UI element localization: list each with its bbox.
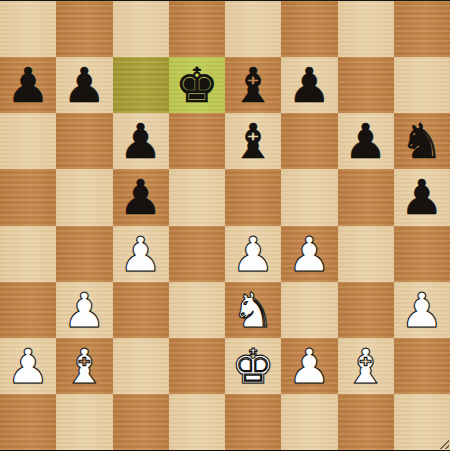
- square-a2[interactable]: ♟: [0, 338, 56, 394]
- square-g4[interactable]: [338, 226, 394, 282]
- square-c3[interactable]: [113, 282, 169, 338]
- square-e1[interactable]: [225, 394, 281, 450]
- square-h1[interactable]: [394, 394, 450, 450]
- square-c1[interactable]: [113, 394, 169, 450]
- square-c8[interactable]: [113, 1, 169, 57]
- black-pawn-g6[interactable]: ♟: [338, 113, 394, 169]
- square-b6[interactable]: [56, 113, 112, 169]
- black-pawn-b7[interactable]: ♟: [56, 57, 112, 113]
- square-b7[interactable]: ♟: [56, 57, 112, 113]
- white-pawn-c4[interactable]: ♟: [113, 226, 169, 282]
- square-h8[interactable]: [394, 1, 450, 57]
- black-king-d7[interactable]: ♚: [169, 57, 225, 113]
- black-pawn-c5[interactable]: ♟: [113, 169, 169, 225]
- square-g1[interactable]: [338, 394, 394, 450]
- square-d2[interactable]: [169, 338, 225, 394]
- white-pawn-a2[interactable]: ♟: [0, 338, 56, 394]
- square-e7[interactable]: ♝: [225, 57, 281, 113]
- square-h3[interactable]: ♟: [394, 282, 450, 338]
- square-a6[interactable]: [0, 113, 56, 169]
- chess-board: ♟♟♚♝♟♟♝♟♞♟♟♟♟♟♟♞♟♟♝♚♟♝: [0, 1, 450, 450]
- white-pawn-f4[interactable]: ♟: [281, 226, 337, 282]
- square-f7[interactable]: ♟: [281, 57, 337, 113]
- square-d8[interactable]: [169, 1, 225, 57]
- square-c4[interactable]: ♟: [113, 226, 169, 282]
- white-pawn-f2[interactable]: ♟: [281, 338, 337, 394]
- square-a8[interactable]: [0, 1, 56, 57]
- square-d4[interactable]: [169, 226, 225, 282]
- white-king-e2[interactable]: ♚: [225, 338, 281, 394]
- chess-board-wrap: ♟♟♚♝♟♟♝♟♞♟♟♟♟♟♟♞♟♟♝♚♟♝: [0, 0, 450, 451]
- black-knight-h6[interactable]: ♞: [394, 113, 450, 169]
- square-b2[interactable]: ♝: [56, 338, 112, 394]
- square-a7[interactable]: ♟: [0, 57, 56, 113]
- square-e2[interactable]: ♚: [225, 338, 281, 394]
- square-f1[interactable]: [281, 394, 337, 450]
- square-d3[interactable]: [169, 282, 225, 338]
- square-b1[interactable]: [56, 394, 112, 450]
- square-e8[interactable]: [225, 1, 281, 57]
- square-f2[interactable]: ♟: [281, 338, 337, 394]
- square-h6[interactable]: ♞: [394, 113, 450, 169]
- square-b4[interactable]: [56, 226, 112, 282]
- square-c5[interactable]: ♟: [113, 169, 169, 225]
- square-a4[interactable]: [0, 226, 56, 282]
- black-pawn-c6[interactable]: ♟: [113, 113, 169, 169]
- square-f3[interactable]: [281, 282, 337, 338]
- square-e4[interactable]: ♟: [225, 226, 281, 282]
- square-a3[interactable]: [0, 282, 56, 338]
- white-pawn-h3[interactable]: ♟: [394, 282, 450, 338]
- square-b5[interactable]: [56, 169, 112, 225]
- square-b3[interactable]: ♟: [56, 282, 112, 338]
- square-e3[interactable]: ♞: [225, 282, 281, 338]
- square-g7[interactable]: [338, 57, 394, 113]
- square-d6[interactable]: [169, 113, 225, 169]
- square-g5[interactable]: [338, 169, 394, 225]
- square-h4[interactable]: [394, 226, 450, 282]
- white-bishop-b2[interactable]: ♝: [56, 338, 112, 394]
- black-bishop-e6[interactable]: ♝: [225, 113, 281, 169]
- square-f8[interactable]: [281, 1, 337, 57]
- black-bishop-e7[interactable]: ♝: [225, 57, 281, 113]
- square-g2[interactable]: ♝: [338, 338, 394, 394]
- square-c6[interactable]: ♟: [113, 113, 169, 169]
- black-pawn-a7[interactable]: ♟: [0, 57, 56, 113]
- square-f5[interactable]: [281, 169, 337, 225]
- square-d5[interactable]: [169, 169, 225, 225]
- square-e5[interactable]: [225, 169, 281, 225]
- white-bishop-g2[interactable]: ♝: [338, 338, 394, 394]
- square-f4[interactable]: ♟: [281, 226, 337, 282]
- square-a1[interactable]: [0, 394, 56, 450]
- square-f6[interactable]: [281, 113, 337, 169]
- white-knight-e3[interactable]: ♞: [225, 282, 281, 338]
- white-pawn-b3[interactable]: ♟: [56, 282, 112, 338]
- square-e6[interactable]: ♝: [225, 113, 281, 169]
- square-g6[interactable]: ♟: [338, 113, 394, 169]
- square-c2[interactable]: [113, 338, 169, 394]
- square-c7[interactable]: [113, 57, 169, 113]
- square-h7[interactable]: [394, 57, 450, 113]
- square-h2[interactable]: [394, 338, 450, 394]
- square-d1[interactable]: [169, 394, 225, 450]
- white-pawn-e4[interactable]: ♟: [225, 226, 281, 282]
- square-d7[interactable]: ♚: [169, 57, 225, 113]
- black-pawn-f7[interactable]: ♟: [281, 57, 337, 113]
- square-g3[interactable]: [338, 282, 394, 338]
- black-pawn-h5[interactable]: ♟: [394, 169, 450, 225]
- square-g8[interactable]: [338, 1, 394, 57]
- square-b8[interactable]: [56, 1, 112, 57]
- square-a5[interactable]: [0, 169, 56, 225]
- square-h5[interactable]: ♟: [394, 169, 450, 225]
